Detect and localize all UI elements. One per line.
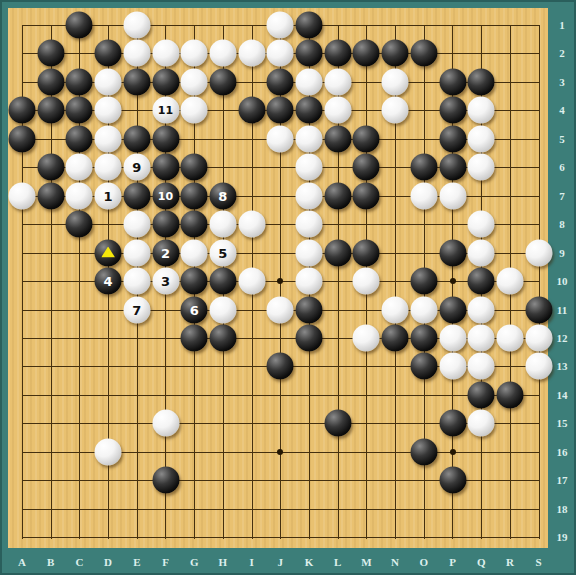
intersection-Q18[interactable] [467, 495, 495, 523]
intersection-C19[interactable] [65, 523, 93, 551]
intersection-G9[interactable] [180, 239, 208, 267]
intersection-D11[interactable] [94, 296, 122, 324]
intersection-O14[interactable] [410, 381, 438, 409]
intersection-I14[interactable] [238, 381, 266, 409]
intersection-J19[interactable] [266, 523, 294, 551]
intersection-D2[interactable] [94, 39, 122, 67]
intersection-L11[interactable] [324, 296, 352, 324]
intersection-P9[interactable] [439, 239, 467, 267]
intersection-H19[interactable] [209, 523, 237, 551]
intersection-D12[interactable] [94, 324, 122, 352]
intersection-Q3[interactable] [467, 68, 495, 96]
intersection-L19[interactable] [324, 523, 352, 551]
intersection-O1[interactable] [410, 11, 438, 39]
intersection-N14[interactable] [381, 381, 409, 409]
intersection-P13[interactable] [439, 352, 467, 380]
intersection-D4[interactable] [94, 96, 122, 124]
intersection-C3[interactable] [65, 68, 93, 96]
intersection-N19[interactable] [381, 523, 409, 551]
intersection-F7[interactable]: 10 [152, 182, 180, 210]
intersection-R9[interactable] [496, 239, 524, 267]
intersection-H15[interactable] [209, 409, 237, 437]
intersection-C14[interactable] [65, 381, 93, 409]
intersection-Q4[interactable] [467, 96, 495, 124]
intersection-R10[interactable] [496, 267, 524, 295]
intersection-I10[interactable] [238, 267, 266, 295]
intersection-E17[interactable] [123, 466, 151, 494]
intersection-G2[interactable] [180, 39, 208, 67]
intersection-J17[interactable] [266, 466, 294, 494]
intersection-O4[interactable] [410, 96, 438, 124]
intersection-N5[interactable] [381, 125, 409, 153]
intersection-E8[interactable] [123, 210, 151, 238]
intersection-G19[interactable] [180, 523, 208, 551]
intersection-F12[interactable] [152, 324, 180, 352]
intersection-B5[interactable] [37, 125, 65, 153]
intersection-L16[interactable] [324, 438, 352, 466]
intersection-Q10[interactable] [467, 267, 495, 295]
intersection-F19[interactable] [152, 523, 180, 551]
intersection-J5[interactable] [266, 125, 294, 153]
intersection-J13[interactable] [266, 352, 294, 380]
intersection-E9[interactable] [123, 239, 151, 267]
intersection-Q12[interactable] [467, 324, 495, 352]
intersection-E11[interactable]: 7 [123, 296, 151, 324]
intersection-Q17[interactable] [467, 466, 495, 494]
intersection-R12[interactable] [496, 324, 524, 352]
intersection-H10[interactable] [209, 267, 237, 295]
intersection-B10[interactable] [37, 267, 65, 295]
intersection-R14[interactable] [496, 381, 524, 409]
intersection-F13[interactable] [152, 352, 180, 380]
intersection-A18[interactable] [8, 495, 36, 523]
intersection-N2[interactable] [381, 39, 409, 67]
intersection-D10[interactable]: 4 [94, 267, 122, 295]
intersection-I15[interactable] [238, 409, 266, 437]
intersection-B4[interactable] [37, 96, 65, 124]
intersection-Q5[interactable] [467, 125, 495, 153]
intersection-D19[interactable] [94, 523, 122, 551]
intersection-G18[interactable] [180, 495, 208, 523]
intersection-E10[interactable] [123, 267, 151, 295]
intersection-N8[interactable] [381, 210, 409, 238]
intersection-F18[interactable] [152, 495, 180, 523]
intersection-J12[interactable] [266, 324, 294, 352]
intersection-R19[interactable] [496, 523, 524, 551]
intersection-J3[interactable] [266, 68, 294, 96]
intersection-F2[interactable] [152, 39, 180, 67]
intersection-N11[interactable] [381, 296, 409, 324]
intersection-P4[interactable] [439, 96, 467, 124]
intersection-K13[interactable] [295, 352, 323, 380]
intersection-H6[interactable] [209, 153, 237, 181]
intersection-R8[interactable] [496, 210, 524, 238]
intersection-C18[interactable] [65, 495, 93, 523]
intersection-K2[interactable] [295, 39, 323, 67]
intersection-N6[interactable] [381, 153, 409, 181]
intersection-P2[interactable] [439, 39, 467, 67]
intersection-K9[interactable] [295, 239, 323, 267]
intersection-F1[interactable] [152, 11, 180, 39]
intersection-K11[interactable] [295, 296, 323, 324]
intersection-N9[interactable] [381, 239, 409, 267]
intersection-I8[interactable] [238, 210, 266, 238]
intersection-A7[interactable] [8, 182, 36, 210]
intersection-A16[interactable] [8, 438, 36, 466]
intersection-P3[interactable] [439, 68, 467, 96]
intersection-R15[interactable] [496, 409, 524, 437]
intersection-A15[interactable] [8, 409, 36, 437]
intersection-H12[interactable] [209, 324, 237, 352]
intersection-P16[interactable] [439, 438, 467, 466]
intersection-E16[interactable] [123, 438, 151, 466]
intersection-G8[interactable] [180, 210, 208, 238]
intersection-N10[interactable] [381, 267, 409, 295]
intersection-P5[interactable] [439, 125, 467, 153]
intersection-P11[interactable] [439, 296, 467, 324]
intersection-A10[interactable] [8, 267, 36, 295]
intersection-I17[interactable] [238, 466, 266, 494]
intersection-B18[interactable] [37, 495, 65, 523]
intersection-O19[interactable] [410, 523, 438, 551]
intersection-L10[interactable] [324, 267, 352, 295]
intersection-H4[interactable] [209, 96, 237, 124]
intersection-E18[interactable] [123, 495, 151, 523]
intersection-L15[interactable] [324, 409, 352, 437]
intersection-A5[interactable] [8, 125, 36, 153]
intersection-B19[interactable] [37, 523, 65, 551]
intersection-M11[interactable] [352, 296, 380, 324]
intersection-D17[interactable] [94, 466, 122, 494]
intersection-P12[interactable] [439, 324, 467, 352]
intersection-K4[interactable] [295, 96, 323, 124]
intersection-B8[interactable] [37, 210, 65, 238]
intersection-J7[interactable] [266, 182, 294, 210]
intersection-M17[interactable] [352, 466, 380, 494]
intersection-H9[interactable]: 5 [209, 239, 237, 267]
intersection-P14[interactable] [439, 381, 467, 409]
intersection-C11[interactable] [65, 296, 93, 324]
intersection-J1[interactable] [266, 11, 294, 39]
intersection-H16[interactable] [209, 438, 237, 466]
intersection-I16[interactable] [238, 438, 266, 466]
intersection-F11[interactable] [152, 296, 180, 324]
intersection-Q7[interactable] [467, 182, 495, 210]
intersection-O13[interactable] [410, 352, 438, 380]
intersection-I1[interactable] [238, 11, 266, 39]
intersection-C7[interactable] [65, 182, 93, 210]
intersection-N7[interactable] [381, 182, 409, 210]
intersection-P17[interactable] [439, 466, 467, 494]
intersection-O10[interactable] [410, 267, 438, 295]
intersection-I13[interactable] [238, 352, 266, 380]
intersection-B15[interactable] [37, 409, 65, 437]
intersection-J2[interactable] [266, 39, 294, 67]
intersection-F8[interactable] [152, 210, 180, 238]
intersection-L12[interactable] [324, 324, 352, 352]
intersection-K10[interactable] [295, 267, 323, 295]
intersection-G1[interactable] [180, 11, 208, 39]
intersection-M16[interactable] [352, 438, 380, 466]
intersection-R16[interactable] [496, 438, 524, 466]
intersection-Q2[interactable] [467, 39, 495, 67]
intersection-K15[interactable] [295, 409, 323, 437]
intersection-H17[interactable] [209, 466, 237, 494]
intersection-O12[interactable] [410, 324, 438, 352]
intersection-G14[interactable] [180, 381, 208, 409]
intersection-R4[interactable] [496, 96, 524, 124]
intersection-M3[interactable] [352, 68, 380, 96]
intersection-J16[interactable] [266, 438, 294, 466]
intersection-B13[interactable] [37, 352, 65, 380]
intersection-M15[interactable] [352, 409, 380, 437]
intersection-C10[interactable] [65, 267, 93, 295]
intersection-C12[interactable] [65, 324, 93, 352]
intersection-O9[interactable] [410, 239, 438, 267]
intersection-K18[interactable] [295, 495, 323, 523]
intersection-E1[interactable] [123, 11, 151, 39]
intersection-J11[interactable] [266, 296, 294, 324]
intersection-P6[interactable] [439, 153, 467, 181]
intersection-Q13[interactable] [467, 352, 495, 380]
intersection-C16[interactable] [65, 438, 93, 466]
intersection-G5[interactable] [180, 125, 208, 153]
intersection-A6[interactable] [8, 153, 36, 181]
intersection-O6[interactable] [410, 153, 438, 181]
intersection-D3[interactable] [94, 68, 122, 96]
intersection-G10[interactable] [180, 267, 208, 295]
intersection-C6[interactable] [65, 153, 93, 181]
intersection-I19[interactable] [238, 523, 266, 551]
intersection-J10[interactable] [266, 267, 294, 295]
intersection-B9[interactable] [37, 239, 65, 267]
intersection-M7[interactable] [352, 182, 380, 210]
intersection-A9[interactable] [8, 239, 36, 267]
intersection-B11[interactable] [37, 296, 65, 324]
intersection-B16[interactable] [37, 438, 65, 466]
intersection-E13[interactable] [123, 352, 151, 380]
intersection-P7[interactable] [439, 182, 467, 210]
intersection-J8[interactable] [266, 210, 294, 238]
intersection-R2[interactable] [496, 39, 524, 67]
intersection-C5[interactable] [65, 125, 93, 153]
intersection-I12[interactable] [238, 324, 266, 352]
intersection-O8[interactable] [410, 210, 438, 238]
intersection-M8[interactable] [352, 210, 380, 238]
intersection-Q16[interactable] [467, 438, 495, 466]
intersection-K16[interactable] [295, 438, 323, 466]
intersection-H18[interactable] [209, 495, 237, 523]
intersection-N17[interactable] [381, 466, 409, 494]
intersection-N16[interactable] [381, 438, 409, 466]
intersection-K5[interactable] [295, 125, 323, 153]
intersection-R11[interactable] [496, 296, 524, 324]
intersection-G7[interactable] [180, 182, 208, 210]
intersection-D8[interactable] [94, 210, 122, 238]
intersection-O2[interactable] [410, 39, 438, 67]
intersection-C9[interactable] [65, 239, 93, 267]
intersection-I9[interactable] [238, 239, 266, 267]
intersection-E6[interactable]: 9 [123, 153, 151, 181]
intersection-J6[interactable] [266, 153, 294, 181]
intersection-Q1[interactable] [467, 11, 495, 39]
intersection-A4[interactable] [8, 96, 36, 124]
intersection-J9[interactable] [266, 239, 294, 267]
intersection-G3[interactable] [180, 68, 208, 96]
intersection-H13[interactable] [209, 352, 237, 380]
intersection-A11[interactable] [8, 296, 36, 324]
intersection-A13[interactable] [8, 352, 36, 380]
intersection-L1[interactable] [324, 11, 352, 39]
intersection-L2[interactable] [324, 39, 352, 67]
intersection-H2[interactable] [209, 39, 237, 67]
intersection-F14[interactable] [152, 381, 180, 409]
intersection-B3[interactable] [37, 68, 65, 96]
intersection-J4[interactable] [266, 96, 294, 124]
intersection-D18[interactable] [94, 495, 122, 523]
intersection-H8[interactable] [209, 210, 237, 238]
intersection-B17[interactable] [37, 466, 65, 494]
intersection-O5[interactable] [410, 125, 438, 153]
intersection-M2[interactable] [352, 39, 380, 67]
intersection-N1[interactable] [381, 11, 409, 39]
intersection-N15[interactable] [381, 409, 409, 437]
intersection-R17[interactable] [496, 466, 524, 494]
intersection-D1[interactable] [94, 11, 122, 39]
intersection-D5[interactable] [94, 125, 122, 153]
intersection-M1[interactable] [352, 11, 380, 39]
intersection-M13[interactable] [352, 352, 380, 380]
intersection-M12[interactable] [352, 324, 380, 352]
intersection-K1[interactable] [295, 11, 323, 39]
intersection-A3[interactable] [8, 68, 36, 96]
intersection-D16[interactable] [94, 438, 122, 466]
intersection-A1[interactable] [8, 11, 36, 39]
intersection-P19[interactable] [439, 523, 467, 551]
intersection-M18[interactable] [352, 495, 380, 523]
intersection-E3[interactable] [123, 68, 151, 96]
intersection-L4[interactable] [324, 96, 352, 124]
intersection-G13[interactable] [180, 352, 208, 380]
intersection-N18[interactable] [381, 495, 409, 523]
intersection-D13[interactable] [94, 352, 122, 380]
intersection-E2[interactable] [123, 39, 151, 67]
intersection-F3[interactable] [152, 68, 180, 96]
intersection-F6[interactable] [152, 153, 180, 181]
intersection-L13[interactable] [324, 352, 352, 380]
intersection-K3[interactable] [295, 68, 323, 96]
intersection-I5[interactable] [238, 125, 266, 153]
intersection-B2[interactable] [37, 39, 65, 67]
intersection-O16[interactable] [410, 438, 438, 466]
intersection-H7[interactable]: 8 [209, 182, 237, 210]
intersection-J14[interactable] [266, 381, 294, 409]
intersection-C15[interactable] [65, 409, 93, 437]
intersection-L5[interactable] [324, 125, 352, 153]
intersection-R18[interactable] [496, 495, 524, 523]
intersection-L18[interactable] [324, 495, 352, 523]
intersection-M14[interactable] [352, 381, 380, 409]
intersection-L7[interactable] [324, 182, 352, 210]
intersection-P18[interactable] [439, 495, 467, 523]
intersection-K6[interactable] [295, 153, 323, 181]
intersection-Q15[interactable] [467, 409, 495, 437]
intersection-A19[interactable] [8, 523, 36, 551]
intersection-P15[interactable] [439, 409, 467, 437]
intersection-C17[interactable] [65, 466, 93, 494]
intersection-F15[interactable] [152, 409, 180, 437]
intersection-H14[interactable] [209, 381, 237, 409]
intersection-Q9[interactable] [467, 239, 495, 267]
intersection-L8[interactable] [324, 210, 352, 238]
intersection-G16[interactable] [180, 438, 208, 466]
intersection-B7[interactable] [37, 182, 65, 210]
intersection-B6[interactable] [37, 153, 65, 181]
intersection-M4[interactable] [352, 96, 380, 124]
intersection-P10[interactable] [439, 267, 467, 295]
intersection-Q14[interactable] [467, 381, 495, 409]
intersection-C8[interactable] [65, 210, 93, 238]
intersection-O18[interactable] [410, 495, 438, 523]
intersection-H3[interactable] [209, 68, 237, 96]
intersection-E19[interactable] [123, 523, 151, 551]
intersection-O17[interactable] [410, 466, 438, 494]
intersection-E4[interactable] [123, 96, 151, 124]
intersection-R1[interactable] [496, 11, 524, 39]
intersection-F5[interactable] [152, 125, 180, 153]
intersection-R7[interactable] [496, 182, 524, 210]
intersection-I18[interactable] [238, 495, 266, 523]
intersection-F9[interactable]: 2 [152, 239, 180, 267]
intersection-I3[interactable] [238, 68, 266, 96]
intersection-K17[interactable] [295, 466, 323, 494]
intersection-Q11[interactable] [467, 296, 495, 324]
intersection-R13[interactable] [496, 352, 524, 380]
intersection-B12[interactable] [37, 324, 65, 352]
intersection-C13[interactable] [65, 352, 93, 380]
intersection-M10[interactable] [352, 267, 380, 295]
intersection-M9[interactable] [352, 239, 380, 267]
intersection-Q6[interactable] [467, 153, 495, 181]
intersection-L9[interactable] [324, 239, 352, 267]
intersection-D14[interactable] [94, 381, 122, 409]
intersection-A2[interactable] [8, 39, 36, 67]
intersection-D7[interactable]: 1 [94, 182, 122, 210]
intersection-Q8[interactable] [467, 210, 495, 238]
intersection-L3[interactable] [324, 68, 352, 96]
intersection-G17[interactable] [180, 466, 208, 494]
intersection-B1[interactable] [37, 11, 65, 39]
intersection-M19[interactable] [352, 523, 380, 551]
intersection-E14[interactable] [123, 381, 151, 409]
intersection-A14[interactable] [8, 381, 36, 409]
intersection-Q19[interactable] [467, 523, 495, 551]
intersection-H1[interactable] [209, 11, 237, 39]
intersection-K14[interactable] [295, 381, 323, 409]
intersection-K7[interactable] [295, 182, 323, 210]
intersection-B14[interactable] [37, 381, 65, 409]
intersection-C4[interactable] [65, 96, 93, 124]
intersection-I2[interactable] [238, 39, 266, 67]
intersection-L6[interactable] [324, 153, 352, 181]
intersection-G4[interactable] [180, 96, 208, 124]
intersection-L17[interactable] [324, 466, 352, 494]
intersection-R5[interactable] [496, 125, 524, 153]
intersection-R6[interactable] [496, 153, 524, 181]
intersection-F17[interactable] [152, 466, 180, 494]
intersection-F16[interactable] [152, 438, 180, 466]
intersection-F10[interactable]: 3 [152, 267, 180, 295]
